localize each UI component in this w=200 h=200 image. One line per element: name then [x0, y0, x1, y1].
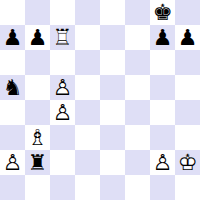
square-e8[interactable] [100, 0, 125, 25]
square-h2[interactable]: ♚♔ [175, 150, 200, 175]
square-b3[interactable]: ♝♗ [25, 125, 50, 150]
white-piece-outline: ♗ [25, 125, 50, 150]
square-f3[interactable] [125, 125, 150, 150]
square-a7[interactable]: ♟ [0, 25, 25, 50]
square-c6[interactable] [50, 50, 75, 75]
square-g4[interactable] [150, 100, 175, 125]
black-pawn: ♟ [175, 25, 200, 50]
white-piece-outline: ♙ [150, 150, 175, 175]
square-f7[interactable] [125, 25, 150, 50]
white-rook: ♜♖ [50, 25, 75, 50]
square-g2[interactable]: ♟♙ [150, 150, 175, 175]
square-f5[interactable] [125, 75, 150, 100]
square-d4[interactable] [75, 100, 100, 125]
square-b7[interactable]: ♟ [25, 25, 50, 50]
square-e1[interactable] [100, 175, 125, 200]
square-c7[interactable]: ♜♖ [50, 25, 75, 50]
square-c2[interactable] [50, 150, 75, 175]
square-e2[interactable] [100, 150, 125, 175]
square-h5[interactable] [175, 75, 200, 100]
square-h4[interactable] [175, 100, 200, 125]
square-c4[interactable]: ♟♙ [50, 100, 75, 125]
square-g1[interactable] [150, 175, 175, 200]
white-piece-outline: ♔ [175, 150, 200, 175]
white-king: ♚♔ [175, 150, 200, 175]
white-piece-outline: ♙ [0, 150, 25, 175]
square-g3[interactable] [150, 125, 175, 150]
black-king: ♚ [150, 0, 175, 25]
square-a5[interactable]: ♞ [0, 75, 25, 100]
square-g6[interactable] [150, 50, 175, 75]
square-g8[interactable]: ♚ [150, 0, 175, 25]
square-c5[interactable]: ♟♙ [50, 75, 75, 100]
square-a2[interactable]: ♟♙ [0, 150, 25, 175]
square-b6[interactable] [25, 50, 50, 75]
square-b8[interactable] [25, 0, 50, 25]
black-pawn: ♟ [25, 25, 50, 50]
square-g7[interactable]: ♟ [150, 25, 175, 50]
square-e5[interactable] [100, 75, 125, 100]
square-a6[interactable] [0, 50, 25, 75]
square-b2[interactable]: ♜ [25, 150, 50, 175]
square-f1[interactable] [125, 175, 150, 200]
square-f2[interactable] [125, 150, 150, 175]
square-f8[interactable] [125, 0, 150, 25]
square-d2[interactable] [75, 150, 100, 175]
square-e7[interactable] [100, 25, 125, 50]
square-h1[interactable] [175, 175, 200, 200]
square-e4[interactable] [100, 100, 125, 125]
black-knight: ♞ [0, 75, 25, 100]
square-c8[interactable] [50, 0, 75, 25]
square-b4[interactable] [25, 100, 50, 125]
square-d8[interactable] [75, 0, 100, 25]
square-c1[interactable] [50, 175, 75, 200]
square-h8[interactable] [175, 0, 200, 25]
white-pawn: ♟♙ [50, 100, 75, 125]
black-pawn: ♟ [0, 25, 25, 50]
white-piece-outline: ♖ [50, 25, 75, 50]
square-f6[interactable] [125, 50, 150, 75]
square-a4[interactable] [0, 100, 25, 125]
square-h7[interactable]: ♟ [175, 25, 200, 50]
square-d7[interactable] [75, 25, 100, 50]
black-rook: ♜ [25, 150, 50, 175]
square-a1[interactable] [0, 175, 25, 200]
square-c3[interactable] [50, 125, 75, 150]
white-piece-outline: ♙ [50, 75, 75, 100]
square-b1[interactable] [25, 175, 50, 200]
square-g5[interactable] [150, 75, 175, 100]
square-d3[interactable] [75, 125, 100, 150]
white-piece-outline: ♙ [50, 100, 75, 125]
black-pawn: ♟ [150, 25, 175, 50]
square-a3[interactable] [0, 125, 25, 150]
square-h3[interactable] [175, 125, 200, 150]
square-f4[interactable] [125, 100, 150, 125]
square-d1[interactable] [75, 175, 100, 200]
white-bishop: ♝♗ [25, 125, 50, 150]
square-b5[interactable] [25, 75, 50, 100]
square-a8[interactable] [0, 0, 25, 25]
square-h6[interactable] [175, 50, 200, 75]
white-pawn: ♟♙ [50, 75, 75, 100]
square-e6[interactable] [100, 50, 125, 75]
white-pawn: ♟♙ [150, 150, 175, 175]
square-d5[interactable] [75, 75, 100, 100]
white-pawn: ♟♙ [0, 150, 25, 175]
square-d6[interactable] [75, 50, 100, 75]
square-e3[interactable] [100, 125, 125, 150]
chess-board: ♚♟♟♜♖♟♟♞♟♙♟♙♝♗♟♙♜♟♙♚♔ [0, 0, 200, 200]
